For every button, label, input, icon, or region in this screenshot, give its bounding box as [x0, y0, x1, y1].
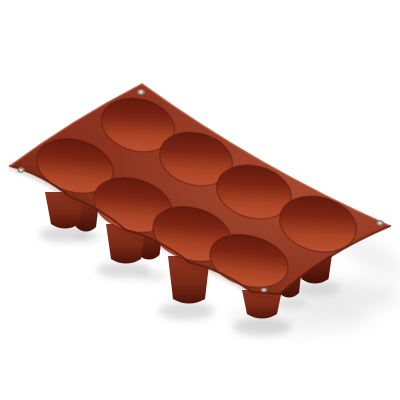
hanging-hole-left-corner	[17, 167, 24, 172]
hole-center	[262, 289, 266, 292]
hole-center	[139, 90, 143, 93]
hole-center	[378, 221, 382, 224]
hanging-hole-right-corner	[376, 220, 383, 225]
leg-shadow	[159, 302, 215, 320]
muffin-mould-illustration	[0, 0, 400, 400]
hole-center	[19, 168, 23, 171]
hanging-hole-bottom-corner	[261, 288, 267, 293]
hanging-hole-top-corner	[137, 89, 145, 95]
product-photo	[0, 0, 400, 400]
leg-shadow	[74, 232, 102, 242]
leg-shadow	[137, 271, 167, 281]
